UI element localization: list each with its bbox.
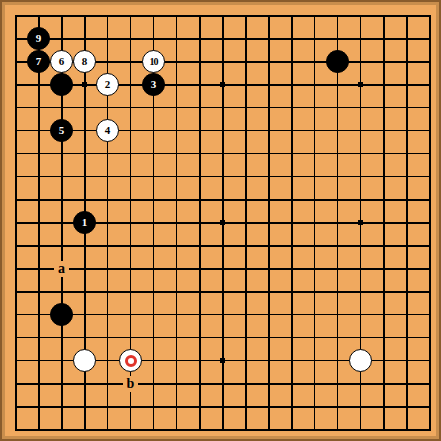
- star-point: [211, 211, 234, 234]
- white-stone-plain: [73, 349, 96, 372]
- stone-move-number: 7: [36, 56, 42, 67]
- black-stone-move-3: 3: [142, 73, 165, 96]
- star-point-dot: [220, 82, 225, 87]
- point-label-text: b: [123, 376, 138, 392]
- star-point-dot: [82, 82, 87, 87]
- black-stone-move-9: 9: [27, 27, 50, 50]
- star-point: [211, 73, 234, 96]
- board-grid: 97681023541ab: [4, 4, 441, 441]
- red-circle-marker-icon: [125, 355, 137, 367]
- black-stone-plain: [50, 73, 73, 96]
- star-point: [349, 73, 372, 96]
- stone-move-number: 5: [59, 125, 65, 136]
- point-label-a: a: [50, 257, 73, 280]
- white-stone-move-4: 4: [96, 119, 119, 142]
- black-stone-move-7: 7: [27, 50, 50, 73]
- black-stone-move-5: 5: [50, 119, 73, 142]
- white-stone-plain: [349, 349, 372, 372]
- white-stone-move-6: 6: [50, 50, 73, 73]
- stone-move-number: 1: [82, 217, 88, 228]
- star-point-dot: [358, 82, 363, 87]
- stone-move-number: 2: [105, 79, 111, 90]
- star-point: [349, 211, 372, 234]
- black-stone-move-1: 1: [73, 211, 96, 234]
- star-point-dot: [358, 220, 363, 225]
- white-stone-move-8: 8: [73, 50, 96, 73]
- star-point: [73, 73, 96, 96]
- stone-move-number: 4: [105, 125, 111, 136]
- stone-move-number: 8: [82, 56, 88, 67]
- black-stone-plain: [326, 50, 349, 73]
- stone-move-number: 10: [150, 57, 158, 67]
- point-label-b: b: [119, 372, 142, 395]
- go-board: 97681023541ab: [0, 0, 441, 441]
- black-stone-plain: [50, 303, 73, 326]
- stone-move-number: 3: [151, 79, 157, 90]
- star-point-dot: [220, 358, 225, 363]
- white-stone-plain: [119, 349, 142, 372]
- stone-move-number: 6: [59, 56, 65, 67]
- stone-move-number: 9: [36, 33, 42, 44]
- point-label-text: a: [54, 261, 69, 277]
- white-stone-move-10: 10: [142, 50, 165, 73]
- star-point-dot: [220, 220, 225, 225]
- white-stone-move-2: 2: [96, 73, 119, 96]
- star-point: [211, 349, 234, 372]
